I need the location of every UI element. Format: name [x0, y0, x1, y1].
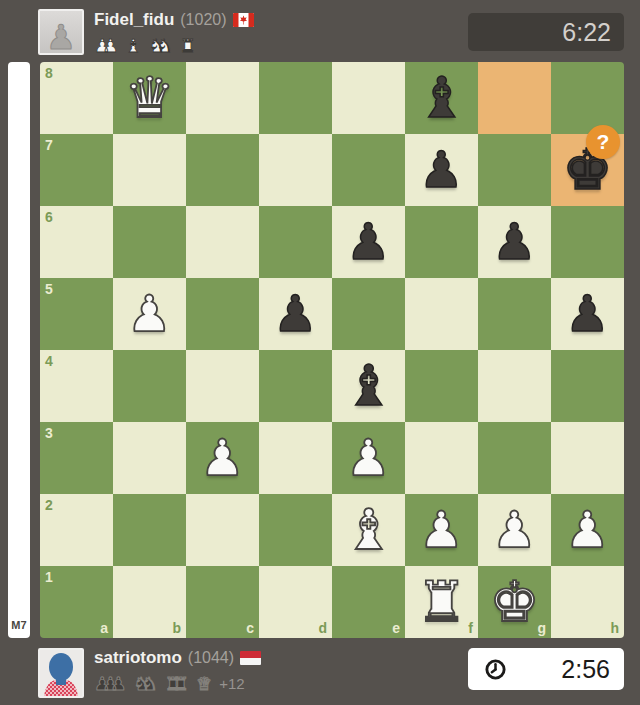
square-e2[interactable]: ♝ — [332, 494, 405, 566]
square-f2[interactable]: ♟ — [405, 494, 478, 566]
square-e5[interactable] — [332, 278, 405, 350]
white-pawn-h2[interactable]: ♟ — [565, 505, 610, 555]
square-e4[interactable]: ♝ — [332, 350, 405, 422]
black-pawn-h5[interactable]: ♟ — [565, 289, 610, 339]
square-b1[interactable]: b — [113, 566, 186, 638]
square-d4[interactable] — [259, 350, 332, 422]
rank-label-3: 3 — [45, 425, 53, 441]
square-g1[interactable]: g♚ — [478, 566, 551, 638]
square-b4[interactable] — [113, 350, 186, 422]
square-h6[interactable] — [551, 206, 624, 278]
white-king-g1[interactable]: ♚ — [489, 574, 539, 630]
captured-group-2: ♜♜ — [165, 673, 196, 694]
captured-group-2: ♞♞ — [148, 35, 179, 56]
top-player-info: Fidel_fidu (1020) ♟♟♝♞♞♜ — [94, 9, 254, 56]
bottom-player-clock: 2:56 — [468, 648, 624, 690]
square-c2[interactable] — [186, 494, 259, 566]
bottom-player-info: satriotomo (1044) ♟♟♟♞♞♜♜♛+12 — [94, 647, 261, 694]
square-b8[interactable]: ♛ — [113, 62, 186, 134]
file-label-b: b — [172, 620, 181, 636]
file-label-g: g — [537, 620, 546, 636]
square-c7[interactable] — [186, 134, 259, 206]
square-a3[interactable]: 3 — [40, 422, 113, 494]
chess-app: ♟ Fidel_fidu (1020) ♟♟♝♞♞♜ 6:22 — [0, 0, 640, 705]
top-player-rating: (1020) — [180, 11, 226, 29]
square-h3[interactable] — [551, 422, 624, 494]
square-h5[interactable]: ♟ — [551, 278, 624, 350]
square-f3[interactable] — [405, 422, 478, 494]
square-a4[interactable]: 4 — [40, 350, 113, 422]
rank-label-2: 2 — [45, 497, 53, 513]
pawn-avatar-icon: ♟ — [46, 21, 76, 53]
indonesia-flag-icon — [240, 651, 261, 665]
square-h2[interactable]: ♟ — [551, 494, 624, 566]
white-pawn-g2[interactable]: ♟ — [492, 505, 537, 555]
square-a1[interactable]: 1a — [40, 566, 113, 638]
square-b3[interactable] — [113, 422, 186, 494]
square-a7[interactable]: 7 — [40, 134, 113, 206]
rank-label-8: 8 — [45, 65, 53, 81]
black-pawn-e6[interactable]: ♟ — [346, 217, 391, 267]
bottom-player-bar: satriotomo (1044) ♟♟♟♞♞♜♜♛+12 2:56 — [0, 640, 640, 705]
square-f7[interactable]: ♟ — [405, 134, 478, 206]
rank-label-1: 1 — [45, 569, 53, 585]
captured-group-1: ♞♞ — [133, 673, 164, 694]
square-e3[interactable]: ♟ — [332, 422, 405, 494]
square-a6[interactable]: 6 — [40, 206, 113, 278]
file-label-f: f — [468, 620, 473, 636]
white-queen-b8[interactable]: ♛ — [124, 70, 174, 126]
black-bishop-f8[interactable]: ♝ — [416, 70, 466, 126]
rank-label-6: 6 — [45, 209, 53, 225]
square-d5[interactable]: ♟ — [259, 278, 332, 350]
square-g7[interactable] — [478, 134, 551, 206]
white-pawn-c3[interactable]: ♟ — [200, 433, 245, 483]
top-player-avatar[interactable]: ♟ — [38, 9, 84, 55]
rank-label-5: 5 — [45, 281, 53, 297]
square-b2[interactable] — [113, 494, 186, 566]
bottom-player-rating: (1044) — [188, 649, 234, 667]
square-c8[interactable] — [186, 62, 259, 134]
square-g4[interactable] — [478, 350, 551, 422]
file-label-e: e — [392, 620, 400, 636]
black-pawn-g6[interactable]: ♟ — [492, 217, 537, 267]
top-player-bar: ♟ Fidel_fidu (1020) ♟♟♝♞♞♜ 6:22 — [0, 0, 640, 62]
square-e8[interactable] — [332, 62, 405, 134]
top-player-clock: 6:22 — [468, 13, 624, 51]
captured-group-3: ♜ — [180, 35, 203, 56]
square-f8[interactable]: ♝ — [405, 62, 478, 134]
captured-group-0: ♟♟ — [94, 35, 125, 56]
square-d2[interactable] — [259, 494, 332, 566]
mistake-badge-icon: ? — [586, 125, 620, 159]
square-d1[interactable]: d — [259, 566, 332, 638]
square-h8[interactable] — [551, 62, 624, 134]
captured-group-1: ♝ — [125, 35, 148, 56]
clock-icon — [484, 658, 507, 681]
top-player-captured-pieces: ♟♟♝♞♞♜ — [94, 34, 254, 56]
square-c1[interactable]: c — [186, 566, 259, 638]
square-a2[interactable]: 2 — [40, 494, 113, 566]
square-g6[interactable]: ♟ — [478, 206, 551, 278]
square-c5[interactable] — [186, 278, 259, 350]
white-rook-f1[interactable]: ♜ — [416, 574, 466, 630]
square-f4[interactable] — [405, 350, 478, 422]
square-e6[interactable]: ♟ — [332, 206, 405, 278]
bottom-player-captured-pieces: ♟♟♟♞♞♜♜♛+12 — [94, 672, 261, 694]
white-pawn-b5[interactable]: ♟ — [127, 289, 172, 339]
bottom-clock-time: 2:56 — [561, 655, 610, 684]
white-pawn-f2[interactable]: ♟ — [419, 505, 464, 555]
top-player-username[interactable]: Fidel_fidu — [94, 10, 174, 30]
square-e1[interactable]: e — [332, 566, 405, 638]
square-c4[interactable] — [186, 350, 259, 422]
mate-in-label: M7 — [11, 619, 26, 631]
square-b6[interactable] — [113, 206, 186, 278]
bottom-player-username[interactable]: satriotomo — [94, 648, 182, 668]
file-label-c: c — [246, 620, 254, 636]
square-d8[interactable] — [259, 62, 332, 134]
material-advantage: +12 — [219, 675, 244, 692]
square-g3[interactable] — [478, 422, 551, 494]
square-e7[interactable] — [332, 134, 405, 206]
square-a8[interactable]: 8 — [40, 62, 113, 134]
top-clock-time: 6:22 — [562, 18, 611, 47]
rank-label-7: 7 — [45, 137, 53, 153]
square-g5[interactable] — [478, 278, 551, 350]
square-d3[interactable] — [259, 422, 332, 494]
square-d6[interactable] — [259, 206, 332, 278]
square-b7[interactable] — [113, 134, 186, 206]
file-label-d: d — [318, 620, 327, 636]
square-g2[interactable]: ♟ — [478, 494, 551, 566]
white-bishop-e2[interactable]: ♝ — [343, 502, 393, 558]
square-h1[interactable]: h — [551, 566, 624, 638]
bottom-player-avatar[interactable] — [38, 648, 84, 698]
black-pawn-f7[interactable]: ♟ — [419, 145, 464, 195]
square-f5[interactable] — [405, 278, 478, 350]
chess-board: ? 8♛♝7♟♚6♟♟5♟♟♟4♝3♟♟2♝♟♟♟1abcdef♜g♚h — [40, 62, 624, 638]
square-a5[interactable]: 5 — [40, 278, 113, 350]
square-f1[interactable]: f♜ — [405, 566, 478, 638]
canada-flag-icon — [233, 13, 254, 27]
square-g8[interactable] — [478, 62, 551, 134]
person-avatar-icon — [40, 650, 82, 696]
square-f6[interactable] — [405, 206, 478, 278]
evaluation-bar: M7 — [8, 62, 30, 638]
white-pawn-e3[interactable]: ♟ — [346, 433, 391, 483]
square-c3[interactable]: ♟ — [186, 422, 259, 494]
square-b5[interactable]: ♟ — [113, 278, 186, 350]
file-label-h: h — [610, 620, 619, 636]
square-d7[interactable] — [259, 134, 332, 206]
black-pawn-d5[interactable]: ♟ — [273, 289, 318, 339]
captured-group-3: ♛ — [196, 673, 219, 694]
captured-group-0: ♟♟♟ — [94, 673, 133, 694]
square-c6[interactable] — [186, 206, 259, 278]
square-h4[interactable] — [551, 350, 624, 422]
black-bishop-e4[interactable]: ♝ — [343, 358, 393, 414]
rank-label-4: 4 — [45, 353, 53, 369]
file-label-a: a — [100, 620, 108, 636]
